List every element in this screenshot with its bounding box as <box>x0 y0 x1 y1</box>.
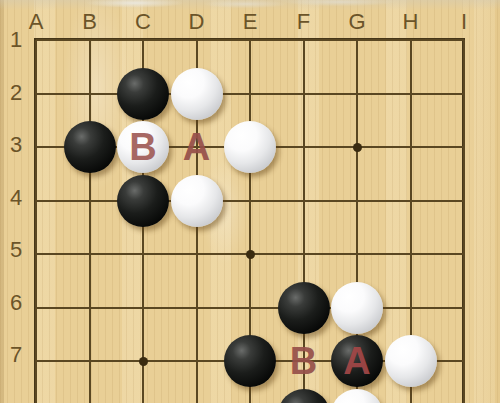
row-label-5: 5 <box>10 239 22 261</box>
stone-F8[interactable] <box>278 389 330 403</box>
star-point-E5 <box>246 250 255 259</box>
marker-G7: A <box>343 342 370 380</box>
stone-E3[interactable] <box>224 121 276 173</box>
stone-G8[interactable] <box>331 389 383 403</box>
marker-F7[interactable]: B <box>290 342 317 380</box>
stone-C3[interactable]: B <box>117 121 169 173</box>
stone-B3[interactable] <box>64 121 116 173</box>
row-label-2: 2 <box>10 82 22 104</box>
column-label-A: A <box>29 11 44 33</box>
column-label-B: B <box>82 11 97 33</box>
star-point-C7 <box>139 357 148 366</box>
column-label-F: F <box>297 11 310 33</box>
column-label-D: D <box>189 11 205 33</box>
row-label-3: 3 <box>10 134 22 156</box>
row-label-6: 6 <box>10 292 22 314</box>
stone-H7[interactable] <box>385 335 437 387</box>
stone-C4[interactable] <box>117 175 169 227</box>
stone-E7[interactable] <box>224 335 276 387</box>
column-label-G: G <box>348 11 365 33</box>
stone-G7[interactable]: A <box>331 335 383 387</box>
column-label-E: E <box>243 11 258 33</box>
stone-D4[interactable] <box>171 175 223 227</box>
stone-C2[interactable] <box>117 68 169 120</box>
column-label-C: C <box>135 11 151 33</box>
marker-D3[interactable]: A <box>183 128 210 166</box>
row-label-1: 1 <box>10 29 22 51</box>
board-grid[interactable]: ABCDEFGHI1234567BAAB <box>0 0 500 403</box>
column-label-I: I <box>461 11 467 33</box>
row-label-7: 7 <box>10 344 22 366</box>
row-label-4: 4 <box>10 187 22 209</box>
go-board: ABCDEFGHI1234567BAAB <box>0 0 500 403</box>
stone-D2[interactable] <box>171 68 223 120</box>
grid-line-horizontal <box>36 307 464 309</box>
column-label-H: H <box>403 11 419 33</box>
marker-C3: B <box>129 128 156 166</box>
stone-G6[interactable] <box>331 282 383 334</box>
stone-F6[interactable] <box>278 282 330 334</box>
star-point-G3 <box>353 143 362 152</box>
grid-line-vertical <box>463 40 465 403</box>
